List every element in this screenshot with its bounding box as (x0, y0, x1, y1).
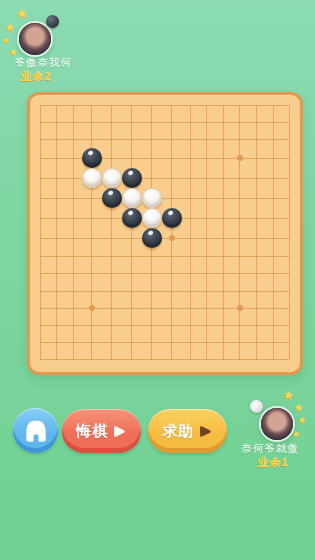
board-cell[interactable] (198, 351, 215, 368)
play-pick-icon (198, 424, 213, 439)
board-cell[interactable] (142, 97, 162, 114)
board-cell[interactable] (265, 188, 282, 208)
board-cell[interactable] (232, 248, 249, 265)
board-cell[interactable] (162, 300, 182, 317)
black-stone (102, 188, 122, 208)
board-cell[interactable] (162, 148, 182, 168)
board-cell[interactable] (82, 334, 102, 351)
board-cell[interactable] (65, 334, 82, 351)
board-cell[interactable] (182, 283, 199, 300)
player-bottom-name: 奈何爷就傲 (222, 442, 315, 456)
board-cell[interactable] (65, 97, 82, 114)
board-cell[interactable] (198, 188, 215, 208)
board-cell[interactable] (142, 114, 162, 131)
board-cell[interactable] (162, 188, 182, 208)
board-cell[interactable] (82, 188, 102, 208)
game-screen: ★ ★ ★ ★ 爷傲奈我何 业余2 悔棋 求助 (0, 0, 315, 560)
undo-button[interactable]: 悔棋 (62, 409, 141, 453)
board-cell[interactable] (82, 114, 102, 131)
board-cell[interactable] (215, 148, 232, 168)
board-cell[interactable] (215, 300, 232, 317)
board-cell[interactable] (281, 334, 298, 351)
board-cell[interactable] (265, 283, 282, 300)
board-cell[interactable] (182, 334, 199, 351)
board-cell[interactable] (281, 114, 298, 131)
board-cell[interactable] (198, 300, 215, 317)
board-cell[interactable] (32, 188, 49, 208)
board-cell[interactable] (182, 317, 199, 334)
board-cell[interactable] (82, 148, 102, 168)
board-cell[interactable] (281, 208, 298, 228)
board-cell[interactable] (248, 283, 265, 300)
board-cell[interactable] (82, 248, 102, 265)
board-cell[interactable] (102, 148, 122, 168)
board-cell[interactable] (32, 228, 49, 248)
star-point (169, 235, 175, 241)
white-stone (102, 168, 122, 188)
board-cell[interactable] (248, 317, 265, 334)
board-cell[interactable] (281, 317, 298, 334)
board-cell[interactable] (122, 131, 142, 148)
board-cell[interactable] (198, 168, 215, 188)
board-cell[interactable] (82, 97, 102, 114)
board-cell[interactable] (265, 317, 282, 334)
board-cell[interactable] (248, 351, 265, 368)
board-cell[interactable] (198, 97, 215, 114)
board-cell[interactable] (265, 114, 282, 131)
board-cell[interactable] (198, 265, 215, 282)
board-cell[interactable] (248, 168, 265, 188)
board-cell[interactable] (162, 228, 182, 248)
board-cell[interactable] (265, 228, 282, 248)
board-cell[interactable] (102, 283, 122, 300)
board-cell[interactable] (215, 265, 232, 282)
board-cell[interactable] (182, 168, 199, 188)
board-cell[interactable] (248, 265, 265, 282)
board-cell[interactable] (102, 265, 122, 282)
board-cell[interactable] (162, 131, 182, 148)
board-cell[interactable] (122, 300, 142, 317)
board-cell[interactable] (142, 317, 162, 334)
board-cell[interactable] (281, 131, 298, 148)
board-cell[interactable] (232, 300, 249, 317)
board-cell[interactable] (232, 168, 249, 188)
board-cell[interactable] (65, 248, 82, 265)
board-cell[interactable] (162, 265, 182, 282)
board-cell[interactable] (102, 131, 122, 148)
board-cell[interactable] (162, 208, 182, 228)
star-icon: ★ (15, 6, 29, 21)
board-cell[interactable] (198, 148, 215, 168)
board-cell[interactable] (232, 351, 249, 368)
board-cell[interactable] (215, 131, 232, 148)
board-cell[interactable] (265, 334, 282, 351)
home-icon (23, 418, 49, 444)
board-cell[interactable] (198, 334, 215, 351)
black-stone (122, 168, 142, 188)
board-cell[interactable] (265, 168, 282, 188)
board-cell[interactable] (265, 97, 282, 114)
star-icon: ★ (282, 388, 295, 402)
board-cell[interactable] (232, 131, 249, 148)
board-cell[interactable] (82, 300, 102, 317)
board-cell[interactable] (198, 114, 215, 131)
board-cell[interactable] (49, 351, 66, 368)
board-cell[interactable] (162, 97, 182, 114)
board-cell[interactable] (281, 97, 298, 114)
board-cell[interactable] (182, 131, 199, 148)
board-cell[interactable] (65, 168, 82, 188)
star-point (237, 155, 243, 161)
board-cell[interactable] (142, 188, 162, 208)
board-cell[interactable] (122, 248, 142, 265)
board-cell[interactable] (215, 97, 232, 114)
board-cell[interactable] (232, 265, 249, 282)
board-cell[interactable] (248, 248, 265, 265)
board-cell[interactable] (215, 114, 232, 131)
board-cell[interactable] (142, 208, 162, 228)
board-cell[interactable] (102, 351, 122, 368)
board-cell[interactable] (65, 317, 82, 334)
board-cell[interactable] (215, 334, 232, 351)
star-icon: ★ (2, 37, 10, 46)
star-icon: ★ (293, 402, 303, 413)
white-stone (82, 168, 102, 188)
board-cell[interactable] (49, 248, 66, 265)
help-button-label: 求助 (163, 422, 195, 441)
board-cell[interactable] (65, 188, 82, 208)
board-cell[interactable] (162, 334, 182, 351)
board-cell[interactable] (49, 265, 66, 282)
board-cell[interactable] (122, 97, 142, 114)
board-cell[interactable] (182, 208, 199, 228)
board-cell[interactable] (248, 148, 265, 168)
board-cell[interactable] (65, 265, 82, 282)
board-cell[interactable] (32, 265, 49, 282)
star-icon: ★ (4, 21, 15, 33)
board-cell[interactable] (122, 334, 142, 351)
undo-button-label: 悔棋 (77, 422, 109, 441)
board-cell[interactable] (248, 208, 265, 228)
board-cell[interactable] (65, 208, 82, 228)
board-cell[interactable] (32, 114, 49, 131)
board-cell[interactable] (49, 148, 66, 168)
board-cell[interactable] (232, 97, 249, 114)
board-cell[interactable] (82, 131, 102, 148)
white-stone (142, 208, 162, 228)
board-cell[interactable] (49, 114, 66, 131)
board-cell[interactable] (232, 188, 249, 208)
board-cell[interactable] (82, 168, 102, 188)
board-cell[interactable] (248, 300, 265, 317)
board-cell[interactable] (49, 283, 66, 300)
board-cell[interactable] (182, 228, 199, 248)
board-cell[interactable] (82, 351, 102, 368)
board-cell[interactable] (65, 114, 82, 131)
board-cell[interactable] (49, 208, 66, 228)
board-cell[interactable] (182, 248, 199, 265)
black-stone (162, 208, 182, 228)
board-cell[interactable] (215, 208, 232, 228)
board-cell[interactable] (32, 317, 49, 334)
board-cell[interactable] (102, 114, 122, 131)
board-cell[interactable] (215, 351, 232, 368)
white-stone-badge (250, 400, 263, 413)
board-cell[interactable] (198, 208, 215, 228)
board-cell[interactable] (82, 228, 102, 248)
board-cell[interactable] (102, 334, 122, 351)
board-cell[interactable] (32, 208, 49, 228)
board-cell[interactable] (142, 300, 162, 317)
board-cell[interactable] (215, 168, 232, 188)
board-cell[interactable] (32, 168, 49, 188)
board-cell[interactable] (122, 168, 142, 188)
board-cell[interactable] (102, 208, 122, 228)
board-cell[interactable] (162, 168, 182, 188)
board-cell[interactable] (32, 283, 49, 300)
board-cell[interactable] (65, 300, 82, 317)
board-cell[interactable] (82, 208, 102, 228)
board-cell[interactable] (232, 114, 249, 131)
black-stone-badge (46, 15, 59, 28)
board-cell[interactable] (265, 148, 282, 168)
board-cell[interactable] (182, 351, 199, 368)
player-bottom-rank: 业余1 (225, 455, 315, 470)
board-cell[interactable] (142, 148, 162, 168)
board-cell[interactable] (65, 283, 82, 300)
board-cell[interactable] (49, 188, 66, 208)
board-cell[interactable] (281, 351, 298, 368)
board-cell[interactable] (32, 131, 49, 148)
board-cell[interactable] (102, 228, 122, 248)
board-cell[interactable] (182, 188, 199, 208)
home-button[interactable] (13, 408, 58, 453)
board-cell[interactable] (32, 300, 49, 317)
board-cell[interactable] (281, 168, 298, 188)
board-cell[interactable] (215, 228, 232, 248)
board-cell[interactable] (182, 265, 199, 282)
board-cell[interactable] (49, 131, 66, 148)
board-cell[interactable] (122, 265, 142, 282)
white-stone (142, 188, 162, 208)
board-cell[interactable] (198, 317, 215, 334)
board-cell[interactable] (265, 131, 282, 148)
board-cell[interactable] (102, 97, 122, 114)
board-cell[interactable] (142, 168, 162, 188)
board-cell[interactable] (281, 148, 298, 168)
board-cell[interactable] (122, 283, 142, 300)
board-cell[interactable] (232, 317, 249, 334)
board-cell[interactable] (32, 97, 49, 114)
board-cell[interactable] (182, 97, 199, 114)
board-cell[interactable] (232, 208, 249, 228)
player-top-rank: 业余2 (0, 69, 72, 84)
board-cell[interactable] (122, 188, 142, 208)
board-cell[interactable] (281, 248, 298, 265)
board-cell[interactable] (65, 131, 82, 148)
board-cell[interactable] (142, 283, 162, 300)
player-bottom-avatar[interactable] (259, 406, 295, 442)
board-cell[interactable] (232, 283, 249, 300)
board-cell[interactable] (248, 334, 265, 351)
player-top-name: 爷傲奈我何 (0, 56, 86, 70)
board-cell[interactable] (102, 300, 122, 317)
board-cell[interactable] (142, 265, 162, 282)
board-cell[interactable] (182, 300, 199, 317)
board-cell[interactable] (122, 228, 142, 248)
board-cell[interactable] (32, 148, 49, 168)
board-cell[interactable] (82, 317, 102, 334)
board-cell[interactable] (232, 148, 249, 168)
white-stone (122, 188, 142, 208)
board-cell[interactable] (215, 283, 232, 300)
board-cell[interactable] (162, 114, 182, 131)
board-cell[interactable] (198, 131, 215, 148)
board-cell[interactable] (122, 208, 142, 228)
avatar-photo (261, 408, 293, 440)
board-cell[interactable] (265, 248, 282, 265)
board-cell[interactable] (265, 300, 282, 317)
board-grid (32, 97, 298, 368)
board-cell[interactable] (198, 228, 215, 248)
black-stone (82, 148, 102, 168)
board-cell[interactable] (265, 208, 282, 228)
board-cell[interactable] (49, 97, 66, 114)
board-cell[interactable] (198, 248, 215, 265)
board-cell[interactable] (162, 317, 182, 334)
board-cell[interactable] (182, 114, 199, 131)
board-cell[interactable] (122, 351, 142, 368)
board-cell[interactable] (281, 188, 298, 208)
black-stone (142, 228, 162, 248)
board-cell[interactable] (162, 248, 182, 265)
avatar-photo (19, 23, 51, 55)
board-cell[interactable] (142, 131, 162, 148)
board-cell[interactable] (122, 114, 142, 131)
board-cell[interactable] (265, 351, 282, 368)
board-cell[interactable] (65, 228, 82, 248)
star-point (237, 305, 243, 311)
board-cell[interactable] (65, 351, 82, 368)
board-cell[interactable] (248, 114, 265, 131)
board-cell[interactable] (102, 168, 122, 188)
board-cell[interactable] (248, 188, 265, 208)
board-cell[interactable] (281, 300, 298, 317)
board-cell[interactable] (248, 97, 265, 114)
board-cell[interactable] (32, 351, 49, 368)
help-button[interactable]: 求助 (148, 409, 227, 453)
board-cell[interactable] (232, 228, 249, 248)
board-cell[interactable] (215, 317, 232, 334)
board-cell[interactable] (215, 248, 232, 265)
board-cell[interactable] (49, 317, 66, 334)
board-cell[interactable] (82, 265, 102, 282)
board-cell[interactable] (182, 148, 199, 168)
board-cell[interactable] (102, 188, 122, 208)
board-cell[interactable] (142, 228, 162, 248)
board-cell[interactable] (49, 300, 66, 317)
play-pick-icon (112, 424, 127, 439)
board-cell[interactable] (49, 168, 66, 188)
board-cell[interactable] (82, 283, 102, 300)
board-cell[interactable] (142, 334, 162, 351)
board-cell[interactable] (198, 283, 215, 300)
board-cell[interactable] (65, 148, 82, 168)
board-cell[interactable] (102, 317, 122, 334)
board-cell[interactable] (49, 334, 66, 351)
board-cell[interactable] (142, 351, 162, 368)
board-cell[interactable] (162, 351, 182, 368)
black-stone (122, 208, 142, 228)
board-cell[interactable] (281, 228, 298, 248)
board-cell[interactable] (49, 228, 66, 248)
star-icon: ★ (298, 416, 307, 426)
gomoku-board[interactable] (27, 92, 303, 375)
board-cell[interactable] (122, 148, 142, 168)
board-cell[interactable] (281, 283, 298, 300)
board-cell[interactable] (248, 131, 265, 148)
board-cell[interactable] (265, 265, 282, 282)
board-cell[interactable] (102, 248, 122, 265)
star-point (89, 305, 95, 311)
board-cell[interactable] (32, 248, 49, 265)
board-cell[interactable] (142, 248, 162, 265)
board-cell[interactable] (32, 334, 49, 351)
board-cell[interactable] (232, 334, 249, 351)
board-cell[interactable] (215, 188, 232, 208)
board-cell[interactable] (122, 317, 142, 334)
board-cell[interactable] (162, 283, 182, 300)
board-cell[interactable] (281, 265, 298, 282)
board-cell[interactable] (248, 228, 265, 248)
